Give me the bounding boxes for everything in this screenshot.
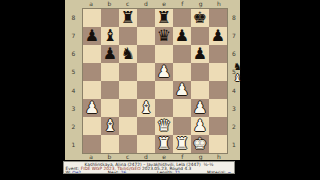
square-e3[interactable] — [155, 99, 173, 117]
square-f1[interactable]: ♜ — [173, 135, 191, 153]
square-h4[interactable] — [209, 81, 227, 99]
square-a8[interactable] — [83, 9, 101, 27]
file-label-d: d — [137, 0, 155, 7]
square-d2[interactable] — [137, 117, 155, 135]
file-label-a: a — [82, 153, 100, 160]
black-pawn[interactable]: ♟ — [85, 28, 99, 44]
rank-label-1: 1 — [228, 136, 240, 154]
rank-label-8: 8 — [228, 8, 240, 26]
rank-label-5: 5 — [65, 63, 82, 81]
black-king[interactable]: ♚ — [193, 10, 207, 26]
square-e2[interactable]: ♛ — [155, 117, 173, 135]
white-pawn[interactable]: ♟ — [157, 64, 171, 80]
white-rook[interactable]: ♜ — [157, 136, 171, 152]
square-c8[interactable]: ♜ — [119, 9, 137, 27]
square-f3[interactable] — [173, 99, 191, 117]
square-a5[interactable] — [83, 63, 101, 81]
square-h8[interactable] — [209, 9, 227, 27]
square-d8[interactable] — [137, 9, 155, 27]
square-f4[interactable]: ♟ — [173, 81, 191, 99]
white-bishop[interactable]: ♝ — [139, 100, 153, 116]
white-king[interactable]: ♚ — [193, 136, 207, 152]
square-c6[interactable]: ♞ — [119, 45, 137, 63]
square-e1[interactable]: ♜ — [155, 135, 173, 153]
black-pawn[interactable]: ♟ — [175, 28, 189, 44]
square-f6[interactable] — [173, 45, 191, 63]
square-b5[interactable] — [101, 63, 119, 81]
caption-text: Kashlinskaya, Alina (2472) – Javakhishvi… — [64, 162, 234, 174]
square-g4[interactable] — [191, 81, 209, 99]
last-move-item: W: Qe2 — [65, 171, 81, 174]
file-label-f: f — [173, 0, 191, 7]
square-a3[interactable]: ♟ — [83, 99, 101, 117]
white-bishop-icon: ♝ — [233, 73, 242, 83]
rank-label-1: 1 — [65, 136, 82, 154]
square-e4[interactable] — [155, 81, 173, 99]
file-label-e: e — [155, 153, 173, 160]
square-c3[interactable] — [119, 99, 137, 117]
square-f7[interactable]: ♟ — [173, 27, 191, 45]
square-h5[interactable] — [209, 63, 227, 81]
file-labels-top: abcdefgh — [82, 0, 228, 7]
square-b3[interactable] — [101, 99, 119, 117]
black-knight[interactable]: ♞ — [121, 46, 135, 62]
square-f8[interactable] — [173, 9, 191, 27]
white-pawn[interactable]: ♟ — [85, 100, 99, 116]
square-h6[interactable] — [209, 45, 227, 63]
square-a1[interactable] — [83, 135, 101, 153]
next-move-item: Next: 26... — [108, 171, 131, 174]
chess-board: ♜♜♚♟♝♛♟♟♟♞♟♟♟♟♝♟♝♛♟♜♜♚ — [82, 8, 228, 154]
square-a2[interactable] — [83, 117, 101, 135]
square-b7[interactable]: ♝ — [101, 27, 119, 45]
rank-label-4: 4 — [65, 81, 82, 99]
file-label-h: h — [210, 153, 228, 160]
game-caption: Kashlinskaya, Alina (2472) – Javakhishvi… — [63, 161, 235, 174]
square-a4[interactable] — [83, 81, 101, 99]
square-f2[interactable] — [173, 117, 191, 135]
rank-label-7: 7 — [228, 26, 240, 44]
file-label-e: e — [155, 0, 173, 7]
file-label-b: b — [100, 0, 118, 7]
rank-label-6: 6 — [65, 45, 82, 63]
square-e8[interactable]: ♜ — [155, 9, 173, 27]
black-pawn[interactable]: ♟ — [211, 28, 225, 44]
file-label-c: c — [119, 0, 137, 7]
black-rook[interactable]: ♜ — [121, 10, 135, 26]
rank-labels-left: 87654321 — [65, 8, 82, 154]
square-d3[interactable]: ♝ — [137, 99, 155, 117]
square-b4[interactable] — [101, 81, 119, 99]
square-g1[interactable]: ♚ — [191, 135, 209, 153]
square-c1[interactable] — [119, 135, 137, 153]
rank-label-7: 7 — [65, 26, 82, 44]
rank-label-4: 4 — [228, 81, 240, 99]
square-e5[interactable]: ♟ — [155, 63, 173, 81]
square-c7[interactable] — [119, 27, 137, 45]
square-c2[interactable] — [119, 117, 137, 135]
file-label-d: d — [137, 153, 155, 160]
black-pawn[interactable]: ♟ — [193, 46, 207, 62]
black-pawn[interactable]: ♟ — [103, 46, 117, 62]
black-rook[interactable]: ♜ — [157, 10, 171, 26]
length-item: Length: 71 — [157, 171, 180, 174]
square-e7[interactable]: ♛ — [155, 27, 173, 45]
square-a7[interactable]: ♟ — [83, 27, 101, 45]
square-c4[interactable] — [119, 81, 137, 99]
square-h2[interactable] — [209, 117, 227, 135]
square-d7[interactable] — [137, 27, 155, 45]
file-label-b: b — [100, 153, 118, 160]
square-e6[interactable] — [155, 45, 173, 63]
rank-label-8: 8 — [65, 8, 82, 26]
white-queen[interactable]: ♛ — [157, 118, 171, 134]
square-d5[interactable] — [137, 63, 155, 81]
rank-label-2: 2 — [65, 118, 82, 136]
square-b8[interactable] — [101, 9, 119, 27]
file-label-f: f — [173, 153, 191, 160]
info-line: W: Qe2 Next: 26... Length: 71 Material: … — [64, 171, 234, 174]
square-b1[interactable] — [101, 135, 119, 153]
rank-label-3: 3 — [65, 99, 82, 117]
square-b6[interactable]: ♟ — [101, 45, 119, 63]
square-a6[interactable] — [83, 45, 101, 63]
material-item: Material: = — [207, 171, 231, 174]
square-c5[interactable] — [119, 63, 137, 81]
white-pawn[interactable]: ♟ — [193, 100, 207, 116]
file-label-c: c — [119, 153, 137, 160]
rank-label-2: 2 — [228, 118, 240, 136]
white-bishop[interactable]: ♝ — [103, 118, 117, 134]
white-rook[interactable]: ♜ — [175, 136, 189, 152]
file-labels-bottom: abcdefgh — [82, 153, 228, 160]
square-g8[interactable]: ♚ — [191, 9, 209, 27]
square-g5[interactable] — [191, 63, 209, 81]
square-b2[interactable]: ♝ — [101, 117, 119, 135]
black-queen[interactable]: ♛ — [157, 28, 171, 44]
rank-label-3: 3 — [228, 99, 240, 117]
square-h7[interactable]: ♟ — [209, 27, 227, 45]
square-f5[interactable] — [173, 63, 191, 81]
square-g2[interactable]: ♟ — [191, 117, 209, 135]
square-h3[interactable] — [209, 99, 227, 117]
game-result: ½-½ — [203, 161, 213, 166]
square-d1[interactable] — [137, 135, 155, 153]
white-pawn[interactable]: ♟ — [193, 118, 207, 134]
square-g6[interactable]: ♟ — [191, 45, 209, 63]
white-pawn[interactable]: ♟ — [175, 82, 189, 98]
black-bishop[interactable]: ♝ — [103, 28, 117, 44]
square-g7[interactable] — [191, 27, 209, 45]
material-indicator: ♞ ♝ — [230, 62, 245, 83]
square-h1[interactable] — [209, 135, 227, 153]
square-d4[interactable] — [137, 81, 155, 99]
square-g3[interactable]: ♟ — [191, 99, 209, 117]
file-label-g: g — [192, 0, 210, 7]
board-frame: abcdefgh abcdefgh 87654321 87654321 ♜♜♚♟… — [65, 0, 240, 160]
black-knight-icon: ♞ — [233, 62, 242, 72]
file-label-a: a — [82, 0, 100, 7]
square-d6[interactable] — [137, 45, 155, 63]
file-label-g: g — [192, 153, 210, 160]
file-label-h: h — [210, 0, 228, 7]
rank-label-6: 6 — [228, 45, 240, 63]
